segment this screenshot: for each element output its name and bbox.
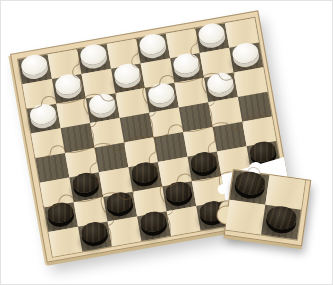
detached-piece-grid	[225, 170, 306, 241]
checker-white[interactable]	[20, 53, 49, 77]
detached-piece-square[interactable]	[230, 170, 270, 205]
board-square[interactable]	[78, 222, 112, 252]
checker-black[interactable]	[265, 204, 298, 231]
board-square[interactable]	[108, 216, 142, 246]
detached-piece-square[interactable]	[226, 200, 266, 235]
board-square[interactable]	[137, 211, 171, 241]
detached-puzzle-piece[interactable]	[224, 169, 312, 246]
checker-white[interactable]	[138, 32, 167, 56]
product-photo-checkers-puzzle	[0, 0, 333, 285]
checker-black[interactable]	[234, 170, 267, 197]
checker-white[interactable]	[79, 42, 108, 66]
detached-piece-square[interactable]	[265, 175, 305, 210]
detached-piece-square[interactable]	[261, 205, 301, 240]
board-square[interactable]	[48, 227, 82, 257]
checker-white[interactable]	[197, 22, 226, 46]
board-square[interactable]	[167, 206, 201, 236]
